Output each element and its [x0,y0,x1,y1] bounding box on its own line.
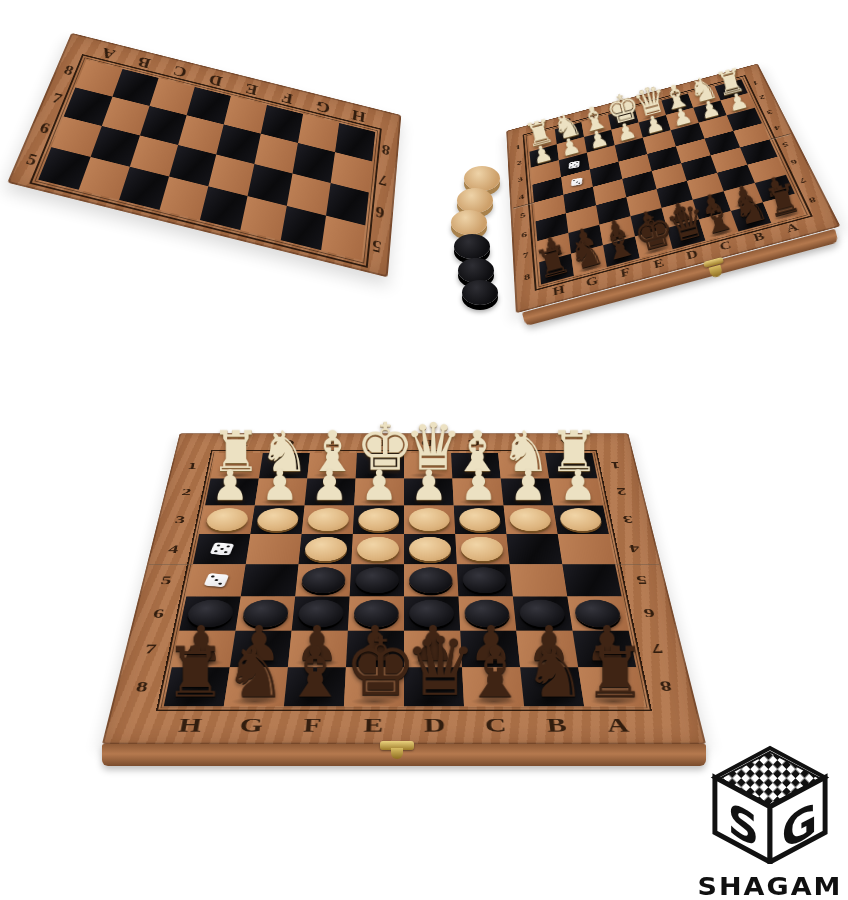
square-h2: ♟ [205,478,259,505]
file-label: F [280,706,344,744]
die-pip [214,550,218,552]
photo-folded-board: ABCDEFGH87658765 [2,8,434,308]
rank-label: 3 [603,505,653,534]
die-pip [216,544,220,546]
photo-angled-board: HGFEDCBAHGFEDCBA1234567812345678♜♞♝♚♛♝♞♜… [444,0,848,314]
die-showing-5 [568,161,579,169]
square-e5 [200,186,248,230]
die-pip [573,180,575,181]
rank-label: 4 [609,534,661,564]
spare-light-checker [464,166,500,191]
die-pip [211,575,215,577]
dark-rook: ♜ [584,638,644,708]
light-pawn: ♟ [305,464,355,506]
die-pip [576,162,578,163]
square-c4 [455,534,509,564]
square-f2: ♟ [305,478,356,505]
dark-checker [355,567,399,593]
square-e8: ♚ [635,228,673,258]
dark-checker [409,567,453,593]
brand-logo: S G SHAGAM [692,742,848,898]
square-g5 [281,206,326,250]
square-g4 [246,534,302,564]
dark-bishop: ♝ [464,638,524,708]
file-label: A [584,706,652,744]
square-h8: ♜ [164,667,230,706]
spare-light-checker [457,188,493,213]
square-a4 [558,534,615,564]
dark-knight: ♞ [524,638,584,708]
file-label: D [404,706,466,744]
light-checker [358,508,399,531]
square-c8: ♝ [699,211,739,241]
square-b4 [506,534,562,564]
square-e8: ♚ [344,667,404,706]
die-pip [214,579,218,581]
light-checker [205,508,250,531]
file-label: E [342,706,404,744]
square-d5 [160,177,209,220]
square-f5 [295,564,351,596]
bottom-coordinate-labels: HGFEDCBA [156,706,652,744]
square-e5 [350,564,404,596]
die-pip [224,551,228,553]
rank-label: 6 [365,193,394,232]
square-f5 [240,196,286,240]
square-d8: ♛ [667,219,706,249]
dark-queen: ♛ [404,626,464,707]
square-h3 [199,505,255,534]
square-g8: ♞ [224,667,288,706]
spare-dark-checker [454,234,490,259]
square-g5 [241,564,299,596]
rank-label: 2 [162,478,211,505]
rank-label: 5 [362,225,392,267]
playing-field [38,60,375,260]
die-pip [226,545,230,547]
logo-cube: S G [704,742,836,864]
square-h5 [186,564,245,596]
dark-bishop: ♝ [284,638,344,708]
file-label: C [464,706,528,744]
square-g2: ♟ [255,478,308,505]
die-pip [218,582,222,584]
light-pawn: ♟ [354,464,404,506]
light-pawn: ♟ [503,464,553,506]
square-f8: ♝ [284,667,346,706]
light-checker [459,508,501,531]
file-label: B [524,706,590,744]
square-e2: ♟ [354,478,404,505]
square-b3 [503,505,557,534]
light-pawn: ♟ [255,464,305,506]
die-showing-3 [204,573,230,587]
square-b2: ♟ [501,478,554,505]
light-pawn: ♟ [553,464,603,506]
square-d3 [404,505,455,534]
rank-label: 3 [155,505,205,534]
square-f8: ♝ [603,237,640,267]
light-pawn: ♟ [404,464,454,506]
square-c8: ♝ [462,667,524,706]
square-d4 [404,534,457,564]
square-c5 [457,564,513,596]
light-checker [256,508,300,531]
file-label: H [156,706,224,744]
square-c2: ♟ [452,478,503,505]
rank-label: 8 [372,132,399,168]
square-h4 [193,534,250,564]
rank-label: 5 [615,564,669,596]
rank-label: 5 [139,564,193,596]
die-showing-3 [571,178,583,187]
light-checker [558,508,603,531]
main-board-box-side [102,744,706,766]
square-a5 [562,564,621,596]
light-checker [356,537,399,561]
die-pip [220,548,224,550]
die-showing-5 [210,542,235,555]
square-d8: ♛ [404,667,464,706]
square-e4 [351,534,404,564]
square-c3 [454,505,507,534]
photo-main-board: HGFEDCBAHGFEDCBA1234567812345678♜♞♝♚♛♝♞♜… [80,300,728,760]
square-a8: ♜ [763,194,804,223]
square-a2: ♟ [549,478,603,505]
die-pip [578,182,580,183]
square-a3 [553,505,609,534]
square-b8: ♞ [731,202,771,231]
rank-label: 7 [369,161,397,198]
light-checker [509,508,553,531]
light-pawn: ♟ [454,464,504,506]
square-h5 [321,216,365,261]
file-label: G [218,706,284,744]
square-b8: ♞ [520,667,584,706]
spare-checkers-stack [448,166,510,316]
folded-board-scene: ABCDEFGH87658765 [7,33,401,278]
dark-knight: ♞ [224,638,284,708]
rank-label: 2 [597,478,646,505]
playing-field: ♜♞♝♚♛♝♞♜♟♟♟♟♟♟♟♟♟♟♟♟♟♟♟♟♜♞♝♚♛♝♞♜ [164,453,645,706]
square-c5 [119,167,169,210]
rank-label: 8 [111,667,171,706]
dark-checker [462,567,507,593]
light-checker [460,537,504,561]
square-a8: ♜ [578,667,644,706]
light-checker [409,537,452,561]
light-checker [307,508,349,531]
square-b5 [510,564,568,596]
die-pip [576,165,578,166]
main-board-clasp [380,741,414,750]
rank-label: 3 [509,168,533,191]
light-checker [409,508,450,531]
brand-name: SHAGAM [692,871,848,900]
square-g3 [250,505,304,534]
light-checker [304,537,348,561]
spare-light-checker [451,210,487,235]
square-e3 [353,505,404,534]
square-d5 [404,564,458,596]
die-pip [570,166,572,167]
dark-rook: ♜ [164,638,224,708]
main-board-scene: HGFEDCBAHGFEDCBA1234567812345678♜♞♝♚♛♝♞♜… [102,433,706,744]
dark-king: ♚ [344,626,404,707]
light-pawn: ♟ [205,464,255,506]
square-f3 [302,505,355,534]
rank-label: 4 [147,534,199,564]
square-f4 [298,534,352,564]
dark-checker [301,567,346,593]
square-d2: ♟ [404,478,454,505]
